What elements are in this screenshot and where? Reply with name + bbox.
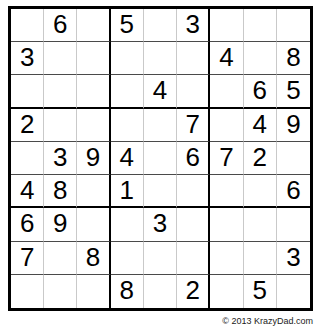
cell-r9c6[interactable]: 2 (177, 275, 210, 308)
cell-r5c6[interactable]: 6 (177, 142, 210, 175)
cell-r3c2[interactable] (44, 75, 77, 108)
cell-r9c2[interactable] (44, 275, 77, 308)
cell-r6c9[interactable]: 6 (277, 175, 310, 208)
cell-r6c6[interactable] (177, 175, 210, 208)
cell-r4c2[interactable] (44, 109, 77, 142)
cell-r3c3[interactable] (77, 75, 110, 108)
cell-r1c8[interactable] (244, 9, 277, 42)
cell-r7c4[interactable] (111, 208, 144, 241)
cell-r4c9[interactable]: 9 (277, 109, 310, 142)
cell-r6c3[interactable] (77, 175, 110, 208)
cell-r8c7[interactable] (210, 242, 243, 275)
cell-r6c4[interactable]: 1 (111, 175, 144, 208)
cell-r4c8[interactable]: 4 (244, 109, 277, 142)
cell-r2c3[interactable] (77, 42, 110, 75)
cell-r9c5[interactable] (144, 275, 177, 308)
cell-r8c2[interactable] (44, 242, 77, 275)
cell-r1c7[interactable] (210, 9, 243, 42)
cell-r6c2[interactable]: 8 (44, 175, 77, 208)
sudoku-board: 65334846527493946724816693783825 (8, 6, 313, 311)
cell-r1c6[interactable]: 3 (177, 9, 210, 42)
cell-r4c1[interactable]: 2 (11, 109, 44, 142)
cell-r1c5[interactable] (144, 9, 177, 42)
cell-r9c9[interactable] (277, 275, 310, 308)
cell-r9c8[interactable]: 5 (244, 275, 277, 308)
cell-r3c9[interactable]: 5 (277, 75, 310, 108)
cell-r9c1[interactable] (11, 275, 44, 308)
cell-r6c8[interactable] (244, 175, 277, 208)
cell-r8c4[interactable] (111, 242, 144, 275)
cell-r7c3[interactable] (77, 208, 110, 241)
cell-r9c3[interactable] (77, 275, 110, 308)
cell-r8c1[interactable]: 7 (11, 242, 44, 275)
cell-r8c5[interactable] (144, 242, 177, 275)
cell-r5c5[interactable] (144, 142, 177, 175)
cell-r5c1[interactable] (11, 142, 44, 175)
cell-r4c7[interactable] (210, 109, 243, 142)
cell-r2c6[interactable] (177, 42, 210, 75)
cell-r8c8[interactable] (244, 242, 277, 275)
cell-r7c8[interactable] (244, 208, 277, 241)
cell-r5c3[interactable]: 9 (77, 142, 110, 175)
cell-r2c1[interactable]: 3 (11, 42, 44, 75)
cell-r5c9[interactable] (277, 142, 310, 175)
cell-r2c4[interactable] (111, 42, 144, 75)
cell-r7c1[interactable]: 6 (11, 208, 44, 241)
cell-r9c4[interactable]: 8 (111, 275, 144, 308)
cell-r1c2[interactable]: 6 (44, 9, 77, 42)
cell-r3c7[interactable] (210, 75, 243, 108)
cell-r3c1[interactable] (11, 75, 44, 108)
cell-r3c5[interactable]: 4 (144, 75, 177, 108)
cell-r4c4[interactable] (111, 109, 144, 142)
cell-r3c8[interactable]: 6 (244, 75, 277, 108)
cell-r4c6[interactable]: 7 (177, 109, 210, 142)
cell-r5c8[interactable]: 2 (244, 142, 277, 175)
cell-r1c9[interactable] (277, 9, 310, 42)
cell-r7c9[interactable] (277, 208, 310, 241)
cell-r1c4[interactable]: 5 (111, 9, 144, 42)
cell-r7c6[interactable] (177, 208, 210, 241)
cell-r3c4[interactable] (111, 75, 144, 108)
cell-r2c8[interactable] (244, 42, 277, 75)
cell-r6c1[interactable]: 4 (11, 175, 44, 208)
cell-r4c5[interactable] (144, 109, 177, 142)
cell-r9c7[interactable] (210, 275, 243, 308)
cell-r2c2[interactable] (44, 42, 77, 75)
cell-r6c7[interactable] (210, 175, 243, 208)
cell-r3c6[interactable] (177, 75, 210, 108)
cell-r7c2[interactable]: 9 (44, 208, 77, 241)
cell-r5c4[interactable]: 4 (111, 142, 144, 175)
cell-r8c9[interactable]: 3 (277, 242, 310, 275)
cell-r8c6[interactable] (177, 242, 210, 275)
copyright-text: © 2013 KrazyDad.com (222, 316, 313, 326)
cell-r8c3[interactable]: 8 (77, 242, 110, 275)
cell-r2c5[interactable] (144, 42, 177, 75)
cell-r7c7[interactable] (210, 208, 243, 241)
cell-r2c7[interactable]: 4 (210, 42, 243, 75)
cell-r2c9[interactable]: 8 (277, 42, 310, 75)
cell-r4c3[interactable] (77, 109, 110, 142)
cell-r5c7[interactable]: 7 (210, 142, 243, 175)
cell-r1c3[interactable] (77, 9, 110, 42)
cell-r5c2[interactable]: 3 (44, 142, 77, 175)
cell-r1c1[interactable] (11, 9, 44, 42)
cell-r6c5[interactable] (144, 175, 177, 208)
cell-r7c5[interactable]: 3 (144, 208, 177, 241)
